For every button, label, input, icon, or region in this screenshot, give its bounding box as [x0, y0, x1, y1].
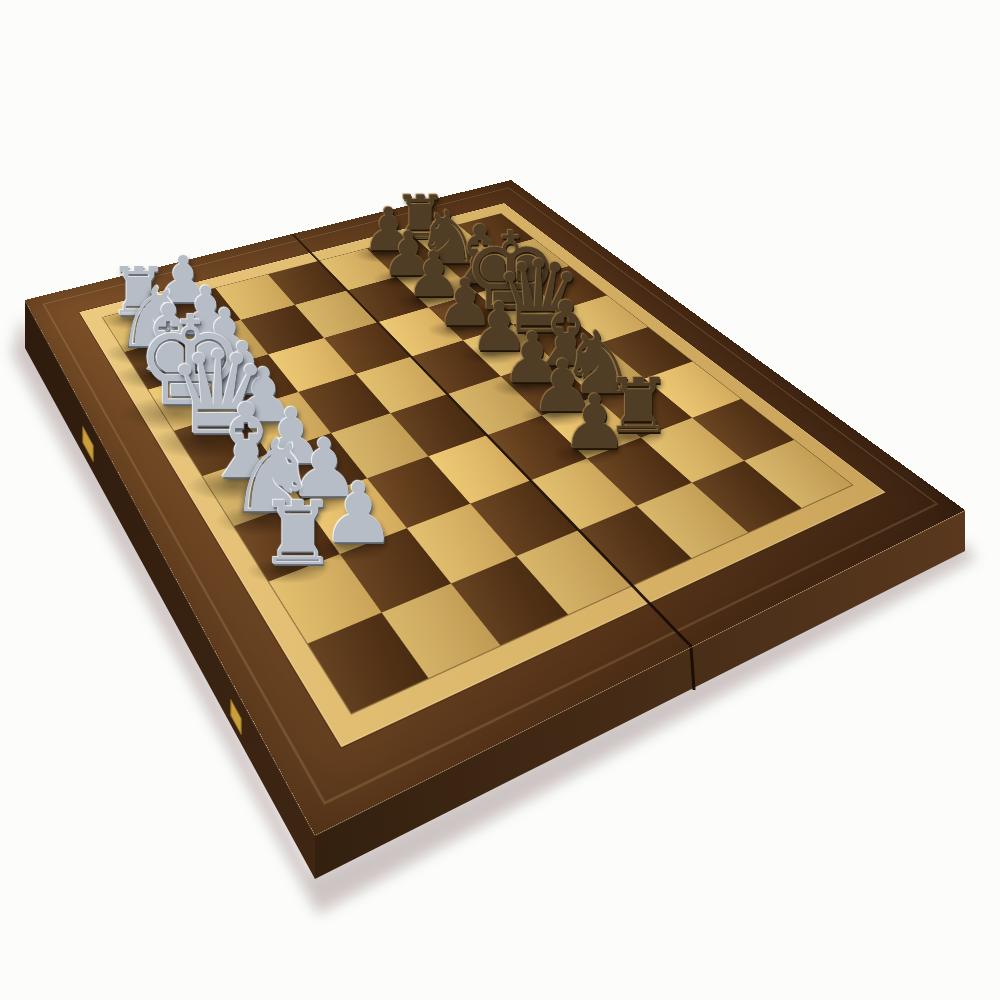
product-photo-scene: ♜♞♝♛♚♝♞♜♟♟♟♟♟♟♟♟♜♞♝♛♚♝♞♜♟♟♟♟♟♟♟♟	[0, 0, 1000, 1000]
black-pawn-a7[interactable]: ♟	[561, 385, 628, 460]
white-rook-a1[interactable]: ♜	[258, 490, 337, 578]
